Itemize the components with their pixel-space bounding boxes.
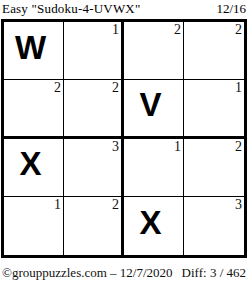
given-letter: X: [4, 139, 63, 196]
given-letter: W: [4, 22, 63, 79]
puzzle-title: Easy "Sudoku-4-UVWX": [2, 1, 140, 16]
cell-r4c3: X: [124, 197, 184, 255]
copyright-text: ©grouppuzzles.com – 12/7/2020: [2, 265, 173, 280]
given-letter: [184, 80, 244, 135]
cell-r1c2: 1: [64, 22, 124, 80]
given-letter: [64, 139, 121, 196]
cell-r3c4: 2: [184, 139, 244, 197]
cell-r4c2: 2: [64, 197, 124, 255]
given-letter: [124, 22, 183, 79]
given-letter: V: [124, 80, 183, 135]
given-letter: [184, 22, 244, 79]
puzzle-page: Easy "Sudoku-4-UVWX" 12/16 W 1 2 2 2 2 V…: [0, 0, 248, 282]
given-letter: X: [124, 197, 183, 255]
sudoku-board: W 1 2 2 2 2 V 1 X 3 1 2 1 2 X 3: [1, 19, 247, 258]
cell-r1c4: 2: [184, 22, 244, 80]
cell-r2c4: 1: [184, 80, 244, 138]
cell-r4c4: 3: [184, 197, 244, 255]
given-letter: [184, 139, 244, 196]
given-letter: [64, 22, 121, 79]
cell-r3c1: X: [4, 139, 64, 197]
cell-r2c3: V: [124, 80, 184, 138]
given-letter: [4, 197, 63, 255]
cell-r1c1: W: [4, 22, 64, 80]
page-number: 12/16: [216, 1, 246, 16]
given-letter: [124, 139, 183, 196]
cell-r2c1: 2: [4, 80, 64, 138]
cell-r4c1: 1: [4, 197, 64, 255]
difficulty-text: Diff: 3 / 462: [182, 265, 246, 280]
given-letter: [184, 197, 244, 255]
given-letter: [64, 197, 121, 255]
cell-r1c3: 2: [124, 22, 184, 80]
cell-r3c3: 1: [124, 139, 184, 197]
page-header: Easy "Sudoku-4-UVWX" 12/16: [0, 0, 248, 19]
given-letter: [64, 80, 121, 135]
page-footer: ©grouppuzzles.com – 12/7/2020 Diff: 3 / …: [0, 258, 248, 282]
cell-r2c2: 2: [64, 80, 124, 138]
cell-r3c2: 3: [64, 139, 124, 197]
given-letter: [4, 80, 63, 135]
